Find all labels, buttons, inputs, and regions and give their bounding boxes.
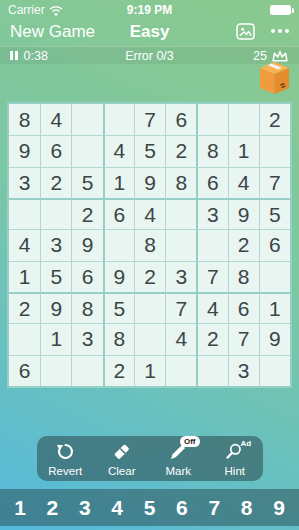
cell-r5c6[interactable] [165,229,196,260]
cell-r8c7[interactable]: 2 [196,323,227,354]
screenshot-icon[interactable] [236,23,255,40]
numpad-digit-8[interactable]: 8 [238,496,256,520]
cell-r2c7[interactable]: 8 [196,135,227,166]
hint-label: Hint [225,465,245,477]
numpad-digit-7[interactable]: 7 [205,496,223,520]
cell-r2c4[interactable]: 4 [103,135,134,166]
numpad-digit-4[interactable]: 4 [108,496,126,520]
mark-off-badge: Off [180,436,200,447]
cell-r7c2[interactable]: 9 [40,292,71,323]
cell-r5c8[interactable]: 2 [228,229,259,260]
cell-r6c7[interactable]: 7 [196,261,227,292]
mark-button[interactable]: Off Mark [150,436,207,481]
cell-r8c8[interactable]: 7 [228,323,259,354]
cell-r2c1[interactable]: 9 [9,135,40,166]
cell-r2c5[interactable]: 5 [134,135,165,166]
cell-r5c1[interactable]: 4 [9,229,40,260]
numpad-digit-5[interactable]: 5 [141,496,159,520]
numpad-digit-2[interactable]: 2 [43,496,61,520]
cell-r6c8[interactable]: 8 [228,261,259,292]
cell-r5c3[interactable]: 9 [71,229,102,260]
cell-r3c5[interactable]: 9 [134,167,165,198]
coin-count: 25 [253,49,267,63]
cell-r7c1[interactable]: 2 [9,292,40,323]
clear-label: Clear [108,465,135,477]
undo-icon [55,441,76,462]
number-pad: 123456789 [0,489,299,526]
numpad-digit-9[interactable]: 9 [270,496,288,520]
cell-r3c2[interactable]: 2 [40,167,71,198]
cell-r4c5[interactable]: 4 [134,198,165,229]
app-screen: 9:19 PM Carrier New Game Easy Error 0/3 [0,0,299,530]
cell-r4c2[interactable] [40,198,71,229]
info-bar: Error 0/3 0:38 25 [0,46,299,64]
cell-r7c5[interactable] [134,292,165,323]
cell-r9c4[interactable]: 2 [103,355,134,386]
numpad-digit-6[interactable]: 6 [173,496,191,520]
cell-r8c6[interactable]: 4 [165,323,196,354]
cell-r1c6[interactable]: 6 [165,104,196,135]
eraser-icon [111,441,132,462]
cell-r3c8[interactable]: 4 [228,167,259,198]
gift-box-icon[interactable] [257,59,292,96]
wifi-icon [49,5,63,16]
cell-r4c1[interactable] [9,198,40,229]
cell-r5c5[interactable]: 8 [134,229,165,260]
more-menu-icon[interactable] [271,29,289,33]
cell-r4c4[interactable]: 6 [103,198,134,229]
cell-r8c1[interactable] [9,323,40,354]
cell-r1c5[interactable]: 7 [134,104,165,135]
cell-r9c3[interactable] [71,355,102,386]
hint-ad-badge: Ad [240,439,251,448]
cell-r3c6[interactable]: 8 [165,167,196,198]
cell-r1c3[interactable] [71,104,102,135]
cell-r6c9[interactable] [259,261,290,292]
revert-label: Revert [48,465,82,477]
cell-r1c8[interactable] [228,104,259,135]
clear-button[interactable]: Clear [94,436,151,481]
cell-r2c6[interactable]: 2 [165,135,196,166]
cell-r9c7[interactable] [196,355,227,386]
status-bar: 9:19 PM Carrier [0,0,299,20]
cell-r5c4[interactable] [103,229,134,260]
revert-button[interactable]: Revert [37,436,94,481]
cell-r6c1[interactable]: 1 [9,261,40,292]
toolbar: Revert Clear Off Mark Ad Hint [37,436,263,481]
cell-r2c9[interactable] [259,135,290,166]
cell-r7c9[interactable]: 1 [259,292,290,323]
cell-r4c6[interactable] [165,198,196,229]
cell-r5c7[interactable] [196,229,227,260]
cell-r1c1[interactable]: 8 [9,104,40,135]
cell-r1c7[interactable] [196,104,227,135]
cell-r9c2[interactable] [40,355,71,386]
cell-r5c9[interactable]: 6 [259,229,290,260]
nav-bar: New Game Easy [0,20,299,46]
cell-r2c2[interactable]: 6 [40,135,71,166]
sudoku-grid: 8476296452813251986472643954398261569237… [7,102,292,388]
cell-r3c1[interactable]: 3 [9,167,40,198]
cell-r7c3[interactable]: 8 [71,292,102,323]
mark-label: Mark [165,465,191,477]
cell-r8c3[interactable]: 3 [71,323,102,354]
cell-r7c6[interactable]: 7 [165,292,196,323]
cell-r7c8[interactable]: 6 [228,292,259,323]
cell-r5c2[interactable]: 3 [40,229,71,260]
crown-icon[interactable] [271,49,289,63]
cell-r1c2[interactable]: 4 [40,104,71,135]
cell-r7c7[interactable]: 4 [196,292,227,323]
cell-r6c3[interactable]: 6 [71,261,102,292]
cell-r9c9[interactable] [259,355,290,386]
cell-r6c5[interactable]: 2 [134,261,165,292]
cell-r3c7[interactable]: 6 [196,167,227,198]
cell-r8c9[interactable]: 9 [259,323,290,354]
cell-r6c2[interactable]: 5 [40,261,71,292]
battery-icon [270,5,291,15]
cell-r8c5[interactable] [134,323,165,354]
cell-r1c9[interactable]: 2 [259,104,290,135]
cell-r3c4[interactable]: 1 [103,167,134,198]
cell-r9c8[interactable]: 3 [228,355,259,386]
cell-r4c3[interactable]: 2 [71,198,102,229]
cell-r9c6[interactable] [165,355,196,386]
cell-r4c9[interactable]: 5 [259,198,290,229]
cell-r2c3[interactable] [71,135,102,166]
cell-r7c4[interactable]: 5 [103,292,134,323]
cell-r4c8[interactable]: 9 [228,198,259,229]
numpad-digit-1[interactable]: 1 [11,496,29,520]
cell-r3c3[interactable]: 5 [71,167,102,198]
cell-r4c7[interactable]: 3 [196,198,227,229]
numpad-digit-3[interactable]: 3 [76,496,94,520]
cell-r6c4[interactable]: 9 [103,261,134,292]
cell-r6c6[interactable]: 3 [165,261,196,292]
cell-r2c8[interactable]: 1 [228,135,259,166]
cell-r8c2[interactable]: 1 [40,323,71,354]
cell-r8c4[interactable]: 8 [103,323,134,354]
cell-r9c5[interactable]: 1 [134,355,165,386]
hint-button[interactable]: Ad Hint [207,436,264,481]
cell-r9c1[interactable]: 6 [9,355,40,386]
cell-r3c9[interactable]: 7 [259,167,290,198]
cell-r1c4[interactable] [103,104,134,135]
carrier-label: Carrier [8,3,45,17]
